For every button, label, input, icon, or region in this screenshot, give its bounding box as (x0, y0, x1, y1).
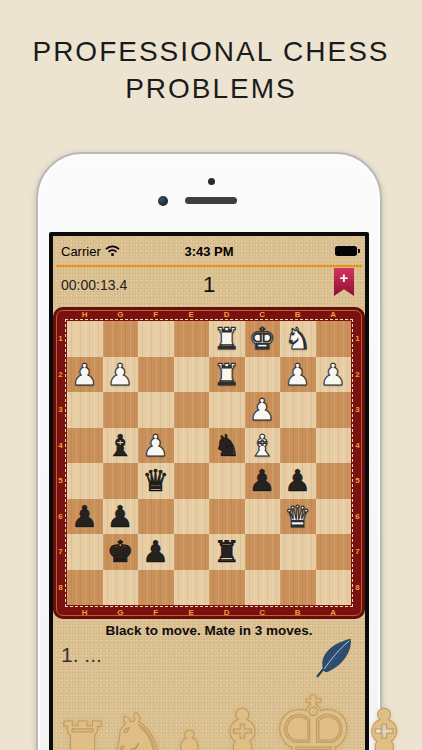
rank-label: 6 (55, 499, 66, 535)
board-square[interactable]: ♜ (209, 357, 245, 393)
rank-label: 5 (55, 463, 66, 499)
front-camera-icon (158, 196, 168, 206)
board-square[interactable] (138, 357, 174, 393)
chess-piece-white-rook: ♜ (209, 321, 245, 357)
board-square[interactable]: ♟ (103, 357, 139, 393)
board-square[interactable] (316, 428, 352, 464)
rank-label: 6 (352, 499, 363, 535)
file-label: B (280, 309, 316, 320)
file-label: G (103, 309, 139, 320)
puzzle-toolbar: 00:00:13.4 1 + (53, 267, 365, 307)
board-square[interactable] (209, 392, 245, 428)
chess-piece-white-pawn: ♟ (138, 428, 174, 464)
board-square[interactable]: ♟ (138, 534, 174, 570)
chess-piece-black-rook: ♜ (209, 534, 245, 570)
rank-label: 2 (352, 357, 363, 393)
chess-piece-black-knight: ♞ (209, 428, 245, 464)
file-label: G (103, 607, 139, 618)
file-label: E (174, 309, 210, 320)
chess-piece-black-bishop: ♝ (103, 428, 139, 464)
board-square[interactable] (245, 570, 281, 606)
chess-piece-white-knight: ♞ (280, 321, 316, 357)
board-square[interactable] (67, 534, 103, 570)
chess-piece-black-queen: ♛ (138, 463, 174, 499)
problem-number: 1 (53, 272, 365, 298)
rank-label: 8 (352, 570, 363, 606)
rank-label: 1 (352, 321, 363, 357)
board-square[interactable] (209, 499, 245, 535)
board-square[interactable] (174, 428, 210, 464)
rank-label: 7 (352, 534, 363, 570)
board-square[interactable] (138, 321, 174, 357)
board-square[interactable] (280, 534, 316, 570)
chess-piece-white-queen: ♛ (280, 499, 316, 535)
board-square[interactable] (67, 321, 103, 357)
file-label: C (245, 309, 281, 320)
board-square[interactable]: ♟ (67, 357, 103, 393)
chess-board: HGFEDCBA HGFEDCBA 12345678 12345678 ♜♚♞♟… (53, 307, 365, 619)
board-square[interactable] (245, 499, 281, 535)
board-square[interactable] (316, 321, 352, 357)
rank-label: 3 (352, 392, 363, 428)
phone-mockup: Carrier 3:43 PM 00:00:13.4 1 (36, 152, 382, 750)
board-square[interactable] (174, 392, 210, 428)
file-label: H (67, 309, 103, 320)
board-square[interactable] (67, 392, 103, 428)
board-square[interactable] (103, 570, 139, 606)
board-square[interactable]: ♝ (103, 428, 139, 464)
board-square[interactable]: ♛ (138, 463, 174, 499)
file-labels-bottom: HGFEDCBA (67, 607, 351, 618)
board-square[interactable]: ♟ (67, 499, 103, 535)
board-square[interactable] (138, 499, 174, 535)
board-square[interactable] (174, 463, 210, 499)
proximity-sensor-icon (208, 178, 215, 185)
board-square[interactable]: ♝ (245, 428, 281, 464)
chess-piece-white-pawn: ♟ (316, 357, 352, 393)
page-title: PROFESSIONAL CHESS PROBLEMS (0, 0, 422, 107)
board-square[interactable] (67, 463, 103, 499)
rank-label: 4 (352, 428, 363, 464)
decorative-bishop-piece: ♝ (348, 700, 420, 750)
board-square[interactable] (138, 570, 174, 606)
file-label: A (316, 309, 352, 320)
board-square[interactable]: ♞ (209, 428, 245, 464)
file-label: F (138, 309, 174, 320)
board-square[interactable]: ♜ (209, 534, 245, 570)
rank-label: 1 (55, 321, 66, 357)
phone-screen: Carrier 3:43 PM 00:00:13.4 1 (49, 232, 369, 750)
status-bar: Carrier 3:43 PM (53, 236, 365, 264)
rank-label: 3 (55, 392, 66, 428)
board-square[interactable]: ♞ (280, 321, 316, 357)
chess-piece-black-pawn: ♟ (103, 499, 139, 535)
file-label: B (280, 607, 316, 618)
board-square[interactable] (280, 428, 316, 464)
board-square[interactable] (103, 463, 139, 499)
board-square[interactable] (174, 499, 210, 535)
earpiece-speaker (185, 197, 237, 204)
file-label: D (209, 309, 245, 320)
rank-label: 8 (55, 570, 66, 606)
board-square[interactable] (103, 321, 139, 357)
board-square[interactable] (316, 499, 352, 535)
board-square[interactable] (174, 570, 210, 606)
rank-label: 4 (55, 428, 66, 464)
board-square[interactable] (138, 392, 174, 428)
file-label: D (209, 607, 245, 618)
chess-piece-white-rook: ♜ (209, 357, 245, 393)
board-square[interactable] (174, 357, 210, 393)
clock-label: 3:43 PM (53, 244, 365, 259)
board-square[interactable] (316, 570, 352, 606)
board-square[interactable] (67, 570, 103, 606)
board-square[interactable] (67, 428, 103, 464)
rank-label: 7 (55, 534, 66, 570)
rank-label: 5 (352, 463, 363, 499)
file-label: A (316, 607, 352, 618)
board-square[interactable]: ♜ (209, 321, 245, 357)
file-labels-top: HGFEDCBA (67, 309, 351, 320)
file-label: E (174, 607, 210, 618)
file-label: H (67, 607, 103, 618)
decorative-king-piece: ♚ (270, 684, 356, 750)
chess-piece-black-pawn: ♟ (138, 534, 174, 570)
board-square[interactable]: ♟ (280, 357, 316, 393)
board-square[interactable] (174, 534, 210, 570)
board-square[interactable]: ♟ (138, 428, 174, 464)
rank-labels-left: 12345678 (55, 321, 66, 605)
decorative-piece-row: ♜♞♟♝♚♝♟♞♜ (53, 698, 365, 750)
board-square[interactable]: ♟ (103, 499, 139, 535)
board-square[interactable] (209, 463, 245, 499)
board-square[interactable] (174, 321, 210, 357)
chess-piece-white-pawn: ♟ (280, 357, 316, 393)
page-title-line2: PROBLEMS (0, 70, 422, 107)
board-square[interactable]: ♛ (280, 499, 316, 535)
chess-piece-white-pawn: ♟ (67, 357, 103, 393)
chess-piece-black-pawn: ♟ (280, 463, 316, 499)
app-store-screenshot: PROFESSIONAL CHESS PROBLEMS Carrier (0, 0, 422, 750)
board-squares: ♜♚♞♟♟♜♟♟♟♝♟♞♝♛♟♟♟♟♛♚♟♜ (67, 321, 351, 605)
board-square[interactable] (245, 534, 281, 570)
board-square[interactable] (316, 392, 352, 428)
rank-labels-right: 12345678 (352, 321, 363, 605)
decorative-bishop-piece: ♝ (207, 700, 279, 750)
chess-piece-white-bishop: ♝ (245, 428, 281, 464)
board-square[interactable]: ♚ (245, 321, 281, 357)
chess-piece-black-pawn: ♟ (67, 499, 103, 535)
board-square[interactable] (316, 463, 352, 499)
battery-icon (335, 246, 357, 256)
board-square[interactable] (209, 570, 245, 606)
rank-label: 2 (55, 357, 66, 393)
chess-piece-black-pawn: ♟ (245, 463, 281, 499)
chess-piece-white-pawn: ♟ (103, 357, 139, 393)
board-square[interactable]: ♚ (103, 534, 139, 570)
board-square[interactable]: ♟ (280, 463, 316, 499)
board-square[interactable]: ♟ (245, 392, 281, 428)
board-square[interactable]: ♟ (245, 463, 281, 499)
decorative-pawn-piece: ♟ (412, 724, 422, 750)
chess-piece-white-pawn: ♟ (245, 392, 281, 428)
file-label: C (245, 607, 281, 618)
board-square[interactable] (280, 392, 316, 428)
board-square[interactable] (316, 534, 352, 570)
board-square[interactable]: ♟ (316, 357, 352, 393)
page-title-line1: PROFESSIONAL CHESS (0, 33, 422, 70)
board-square[interactable] (280, 570, 316, 606)
board-square[interactable] (245, 357, 281, 393)
chess-piece-white-king: ♚ (245, 321, 281, 357)
decorative-knight-piece: ♞ (104, 704, 172, 750)
file-label: F (138, 607, 174, 618)
chess-piece-black-king: ♚ (103, 534, 139, 570)
board-square[interactable] (103, 392, 139, 428)
